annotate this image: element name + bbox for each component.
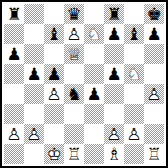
white-queen-icon: ♛♕ xyxy=(64,44,84,64)
glyph-outline-layer: ♘ xyxy=(84,24,104,44)
square-a4[interactable] xyxy=(4,84,24,104)
black-rook-icon: ♜ xyxy=(104,4,124,24)
glyph-outline-layer: ♔ xyxy=(44,144,64,164)
square-d1[interactable]: ♜♖ xyxy=(64,144,84,164)
square-a5[interactable] xyxy=(4,64,24,84)
square-h8[interactable]: ♚ xyxy=(144,4,164,24)
black-bishop-icon: ♝ xyxy=(44,24,64,44)
glyph-fill-layer: ♞ xyxy=(64,84,84,104)
black-pawn-icon: ♟ xyxy=(144,24,164,44)
glyph-fill-layer: ♝ xyxy=(44,24,64,44)
white-knight-icon: ♞♘ xyxy=(84,24,104,44)
white-knight-icon: ♞♘ xyxy=(124,64,144,84)
square-g5[interactable]: ♞♘ xyxy=(124,64,144,84)
square-b4[interactable] xyxy=(24,84,44,104)
black-queen-icon: ♛ xyxy=(64,4,84,24)
glyph-outline-layer: ♖ xyxy=(144,144,164,164)
glyph-fill-layer: ♟ xyxy=(104,24,124,44)
square-a3[interactable] xyxy=(4,104,24,124)
square-g1[interactable] xyxy=(124,144,144,164)
square-b5[interactable]: ♟ xyxy=(24,64,44,84)
square-d4[interactable]: ♞ xyxy=(64,84,84,104)
white-pawn-icon: ♟♙ xyxy=(4,124,24,144)
square-a1[interactable] xyxy=(4,144,24,164)
glyph-fill-layer: ♝ xyxy=(124,24,144,44)
square-b6[interactable] xyxy=(24,44,44,64)
white-bishop-icon: ♝♗ xyxy=(104,144,124,164)
square-g4[interactable] xyxy=(124,84,144,104)
white-pawn-icon: ♟♙ xyxy=(104,124,124,144)
white-pawn-icon: ♟♙ xyxy=(124,124,144,144)
glyph-outline-layer: ♙ xyxy=(104,124,124,144)
glyph-outline-layer: ♖ xyxy=(64,144,84,164)
square-h1[interactable]: ♜♖ xyxy=(144,144,164,164)
square-e4[interactable]: ♟ xyxy=(84,84,104,104)
white-rook-icon: ♜♖ xyxy=(144,144,164,164)
white-rook-icon: ♜♖ xyxy=(64,144,84,164)
glyph-fill-layer: ♟ xyxy=(144,24,164,44)
square-h3[interactable] xyxy=(144,104,164,124)
glyph-outline-layer: ♗ xyxy=(104,144,124,164)
square-c7[interactable]: ♝ xyxy=(44,24,64,44)
square-g8[interactable] xyxy=(124,4,144,24)
white-pawn-icon: ♟♙ xyxy=(64,24,84,44)
square-e5[interactable] xyxy=(84,64,104,84)
square-a2[interactable]: ♟♙ xyxy=(4,124,24,144)
square-f6[interactable] xyxy=(104,44,124,64)
square-d5[interactable] xyxy=(64,64,84,84)
square-c4[interactable]: ♟♙ xyxy=(44,84,64,104)
square-f5[interactable]: ♟ xyxy=(104,64,124,84)
black-king-icon: ♚ xyxy=(144,4,164,24)
glyph-outline-layer: ♙ xyxy=(24,124,44,144)
square-d2[interactable] xyxy=(64,124,84,144)
black-bishop-icon: ♝ xyxy=(124,24,144,44)
glyph-outline-layer: ♕ xyxy=(64,44,84,64)
square-a8[interactable]: ♜ xyxy=(4,4,24,24)
square-f7[interactable]: ♟ xyxy=(104,24,124,44)
square-c1[interactable]: ♚♔ xyxy=(44,144,64,164)
glyph-fill-layer: ♛ xyxy=(64,4,84,24)
square-e1[interactable] xyxy=(84,144,104,164)
square-b7[interactable] xyxy=(24,24,44,44)
glyph-fill-layer: ♜ xyxy=(104,4,124,24)
glyph-outline-layer: ♙ xyxy=(44,84,64,104)
chess-board-frame: ♜♛♜♚♝♟♙♞♘♟♝♟♟♛♕♟♟♟♞♘♟♙♞♟♟♙♟♙♟♙♟♙♟♙♚♔♜♖♝♗… xyxy=(0,0,168,168)
white-pawn-icon: ♟♙ xyxy=(44,84,64,104)
white-pawn-icon: ♟♙ xyxy=(24,124,44,144)
black-pawn-icon: ♟ xyxy=(84,84,104,104)
square-g2[interactable]: ♟♙ xyxy=(124,124,144,144)
square-c6[interactable] xyxy=(44,44,64,64)
square-c3[interactable] xyxy=(44,104,64,124)
black-pawn-icon: ♟ xyxy=(104,64,124,84)
square-f4[interactable] xyxy=(104,84,124,104)
square-f1[interactable]: ♝♗ xyxy=(104,144,124,164)
square-d7[interactable]: ♟♙ xyxy=(64,24,84,44)
square-g3[interactable] xyxy=(124,104,144,124)
glyph-outline-layer: ♘ xyxy=(124,64,144,84)
white-pawn-icon: ♟♙ xyxy=(144,84,164,104)
square-g7[interactable]: ♝ xyxy=(124,24,144,44)
square-e7[interactable]: ♞♘ xyxy=(84,24,104,44)
black-knight-icon: ♞ xyxy=(64,84,84,104)
black-pawn-icon: ♟ xyxy=(24,64,44,84)
glyph-fill-layer: ♟ xyxy=(84,84,104,104)
square-d3[interactable] xyxy=(64,104,84,124)
square-f2[interactable]: ♟♙ xyxy=(104,124,124,144)
glyph-fill-layer: ♟ xyxy=(24,64,44,84)
square-f3[interactable] xyxy=(104,104,124,124)
glyph-fill-layer: ♟ xyxy=(4,44,24,64)
square-b1[interactable] xyxy=(24,144,44,164)
square-h5[interactable] xyxy=(144,64,164,84)
glyph-outline-layer: ♙ xyxy=(64,24,84,44)
glyph-fill-layer: ♚ xyxy=(144,4,164,24)
square-b2[interactable]: ♟♙ xyxy=(24,124,44,144)
white-king-icon: ♚♔ xyxy=(44,144,64,164)
glyph-fill-layer: ♜ xyxy=(4,4,24,24)
square-e8[interactable] xyxy=(84,4,104,24)
square-h2[interactable] xyxy=(144,124,164,144)
square-c5[interactable]: ♟ xyxy=(44,64,64,84)
square-h7[interactable]: ♟ xyxy=(144,24,164,44)
square-f8[interactable]: ♜ xyxy=(104,4,124,24)
square-h6[interactable] xyxy=(144,44,164,64)
glyph-fill-layer: ♟ xyxy=(104,64,124,84)
square-c8[interactable] xyxy=(44,4,64,24)
square-e3[interactable] xyxy=(84,104,104,124)
square-e6[interactable] xyxy=(84,44,104,64)
black-rook-icon: ♜ xyxy=(4,4,24,24)
square-g6[interactable] xyxy=(124,44,144,64)
black-pawn-icon: ♟ xyxy=(4,44,24,64)
chess-board: ♜♛♜♚♝♟♙♞♘♟♝♟♟♛♕♟♟♟♞♘♟♙♞♟♟♙♟♙♟♙♟♙♟♙♚♔♜♖♝♗… xyxy=(4,4,164,164)
square-a7[interactable] xyxy=(4,24,24,44)
square-b8[interactable] xyxy=(24,4,44,24)
glyph-outline-layer: ♙ xyxy=(124,124,144,144)
glyph-outline-layer: ♙ xyxy=(144,84,164,104)
square-b3[interactable] xyxy=(24,104,44,124)
square-a6[interactable]: ♟ xyxy=(4,44,24,64)
black-pawn-icon: ♟ xyxy=(44,64,64,84)
square-d8[interactable]: ♛ xyxy=(64,4,84,24)
black-pawn-icon: ♟ xyxy=(104,24,124,44)
square-d6[interactable]: ♛♕ xyxy=(64,44,84,64)
square-h4[interactable]: ♟♙ xyxy=(144,84,164,104)
glyph-fill-layer: ♟ xyxy=(44,64,64,84)
glyph-outline-layer: ♙ xyxy=(4,124,24,144)
square-e2[interactable] xyxy=(84,124,104,144)
square-c2[interactable] xyxy=(44,124,64,144)
